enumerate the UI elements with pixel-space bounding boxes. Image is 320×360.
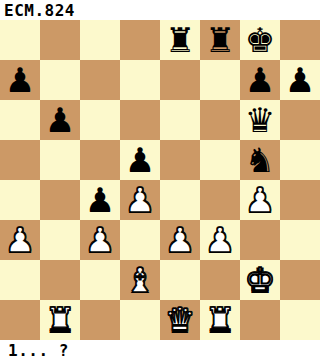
square-h4[interactable] — [280, 180, 320, 220]
square-h1[interactable] — [280, 300, 320, 340]
square-a2[interactable] — [0, 260, 40, 300]
square-d1[interactable] — [120, 300, 160, 340]
piece-white-bishop: ♝ — [125, 260, 155, 300]
square-f2[interactable] — [200, 260, 240, 300]
piece-black-pawn: ♟ — [285, 60, 315, 100]
chess-diagram-app: ECM.824 ♜♜♚♟♟♟♟♛♟♞♟♟♟♟♟♟♟♝♚♜♛♜ 1... ? — [0, 0, 320, 360]
piece-white-rook: ♜ — [45, 300, 75, 340]
piece-black-pawn: ♟ — [85, 180, 115, 220]
chess-board: ♜♜♚♟♟♟♟♛♟♞♟♟♟♟♟♟♟♝♚♜♛♜ — [0, 20, 320, 340]
square-e8[interactable]: ♜ — [160, 20, 200, 60]
square-f6[interactable] — [200, 100, 240, 140]
square-a8[interactable] — [0, 20, 40, 60]
square-b5[interactable] — [40, 140, 80, 180]
square-d8[interactable] — [120, 20, 160, 60]
square-d7[interactable] — [120, 60, 160, 100]
square-d6[interactable] — [120, 100, 160, 140]
piece-black-king: ♚ — [245, 20, 275, 60]
piece-black-rook: ♜ — [165, 20, 195, 60]
square-c7[interactable] — [80, 60, 120, 100]
piece-black-pawn: ♟ — [45, 100, 75, 140]
square-d5[interactable]: ♟ — [120, 140, 160, 180]
piece-white-pawn: ♟ — [205, 220, 235, 260]
square-d4[interactable]: ♟ — [120, 180, 160, 220]
square-g3[interactable] — [240, 220, 280, 260]
square-e5[interactable] — [160, 140, 200, 180]
piece-black-pawn: ♟ — [125, 140, 155, 180]
square-b2[interactable] — [40, 260, 80, 300]
move-prompt: 1... ? — [8, 341, 69, 360]
piece-black-pawn: ♟ — [5, 60, 35, 100]
piece-white-pawn: ♟ — [125, 180, 155, 220]
square-c2[interactable] — [80, 260, 120, 300]
square-f8[interactable]: ♜ — [200, 20, 240, 60]
square-a7[interactable]: ♟ — [0, 60, 40, 100]
square-b7[interactable] — [40, 60, 80, 100]
square-b8[interactable] — [40, 20, 80, 60]
piece-white-pawn: ♟ — [85, 220, 115, 260]
square-c5[interactable] — [80, 140, 120, 180]
square-h2[interactable] — [280, 260, 320, 300]
diagram-title: ECM.824 — [4, 1, 75, 20]
square-d2[interactable]: ♝ — [120, 260, 160, 300]
square-f5[interactable] — [200, 140, 240, 180]
square-g8[interactable]: ♚ — [240, 20, 280, 60]
square-h8[interactable] — [280, 20, 320, 60]
square-e1[interactable]: ♛ — [160, 300, 200, 340]
piece-black-pawn: ♟ — [245, 60, 275, 100]
square-b1[interactable]: ♜ — [40, 300, 80, 340]
square-a4[interactable] — [0, 180, 40, 220]
piece-white-pawn: ♟ — [165, 220, 195, 260]
square-g2[interactable]: ♚ — [240, 260, 280, 300]
square-h3[interactable] — [280, 220, 320, 260]
square-g6[interactable]: ♛ — [240, 100, 280, 140]
piece-black-queen: ♛ — [245, 100, 275, 140]
square-f3[interactable]: ♟ — [200, 220, 240, 260]
square-g7[interactable]: ♟ — [240, 60, 280, 100]
square-f4[interactable] — [200, 180, 240, 220]
square-e6[interactable] — [160, 100, 200, 140]
square-c6[interactable] — [80, 100, 120, 140]
square-f7[interactable] — [200, 60, 240, 100]
piece-white-rook: ♜ — [205, 300, 235, 340]
square-f1[interactable]: ♜ — [200, 300, 240, 340]
square-b3[interactable] — [40, 220, 80, 260]
square-a1[interactable] — [0, 300, 40, 340]
square-e2[interactable] — [160, 260, 200, 300]
piece-black-knight: ♞ — [245, 140, 275, 180]
piece-black-rook: ♜ — [205, 20, 235, 60]
square-g5[interactable]: ♞ — [240, 140, 280, 180]
square-b4[interactable] — [40, 180, 80, 220]
square-a6[interactable] — [0, 100, 40, 140]
square-e3[interactable]: ♟ — [160, 220, 200, 260]
square-c3[interactable]: ♟ — [80, 220, 120, 260]
square-c4[interactable]: ♟ — [80, 180, 120, 220]
square-b6[interactable]: ♟ — [40, 100, 80, 140]
square-e4[interactable] — [160, 180, 200, 220]
square-e7[interactable] — [160, 60, 200, 100]
square-h6[interactable] — [280, 100, 320, 140]
square-h7[interactable]: ♟ — [280, 60, 320, 100]
square-h5[interactable] — [280, 140, 320, 180]
piece-white-king: ♚ — [245, 260, 275, 300]
piece-white-pawn: ♟ — [245, 180, 275, 220]
square-a5[interactable] — [0, 140, 40, 180]
square-g4[interactable]: ♟ — [240, 180, 280, 220]
piece-white-queen: ♛ — [165, 300, 195, 340]
square-a3[interactable]: ♟ — [0, 220, 40, 260]
square-c8[interactable] — [80, 20, 120, 60]
piece-white-pawn: ♟ — [5, 220, 35, 260]
square-d3[interactable] — [120, 220, 160, 260]
square-g1[interactable] — [240, 300, 280, 340]
square-c1[interactable] — [80, 300, 120, 340]
